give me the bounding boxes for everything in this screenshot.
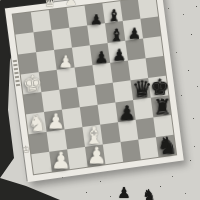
crown-emblem-icon: ♔ — [21, 143, 31, 155]
captured-white-pawn[interactable]: ♟ — [65, 0, 78, 7]
photo-frame: ♔ ♚♞♟♟♟♝♟♟♟♝♝♟♟♟♛♚♜♞ ♛♟♟♞ — [0, 0, 200, 200]
captured-white-queen[interactable]: ♛ — [43, 0, 56, 10]
piece-white-king-d1[interactable]: ♚ — [23, 73, 43, 95]
piece-black-bishop-b6[interactable]: ♝ — [109, 27, 124, 44]
captured-black-knight[interactable]: ♞ — [142, 188, 155, 200]
square-a7[interactable] — [120, 0, 140, 21]
piece-black-pawn-c5[interactable]: ♟ — [94, 50, 108, 66]
piece-black-pawn-c6[interactable]: ♟ — [112, 48, 126, 64]
piece-black-pawn-b7[interactable]: ♟ — [128, 27, 141, 42]
piece-black-pawn-f6[interactable]: ♟ — [118, 103, 136, 123]
table-speckles — [0, 0, 1, 1]
piece-white-pawn-h4[interactable]: ♟ — [86, 144, 107, 167]
piece-white-pawn-c3[interactable]: ♟ — [58, 54, 73, 71]
piece-black-knight-h8[interactable]: ♞ — [157, 134, 178, 158]
captured-black-pawn[interactable]: ♟ — [117, 186, 130, 200]
square-b8[interactable] — [140, 16, 160, 38]
piece-black-rook-f8[interactable]: ♜ — [153, 97, 172, 118]
piece-white-pawn-f2[interactable]: ♟ — [46, 112, 65, 133]
piece-white-pawn-h2[interactable]: ♟ — [51, 149, 72, 172]
chess-board: ♔ ♚♞♟♟♟♝♟♟♟♝♝♟♟♟♛♚♜♞ — [5, 0, 184, 182]
piece-black-pawn-a5[interactable]: ♟ — [90, 12, 103, 26]
square-c8[interactable] — [143, 36, 163, 58]
piece-white-knight-f1[interactable]: ♞ — [27, 112, 48, 135]
piece-black-bishop-a6[interactable]: ♝ — [107, 8, 121, 24]
